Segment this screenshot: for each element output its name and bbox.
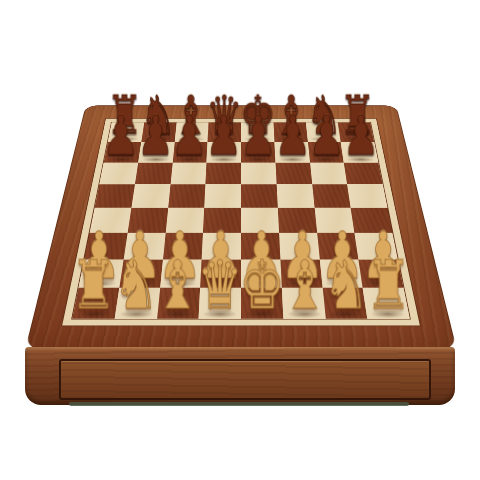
square-h7[interactable]: ♟	[341, 142, 378, 163]
board-inlay-border: ♜♞♝♛♚♝♞♜♟♟♟♟♟♟♟♟♟♟♟♟♟♟♟♟♜♞♝♛♚♝♞♜	[62, 119, 420, 326]
square-g5[interactable]	[312, 184, 351, 207]
square-d5[interactable]	[204, 184, 241, 207]
square-g7[interactable]: ♟	[308, 142, 344, 163]
square-g6[interactable]	[310, 162, 348, 184]
square-g1[interactable]: ♞	[322, 288, 367, 319]
chess-set-photo: ♜♞♝♛♚♝♞♜♟♟♟♟♟♟♟♟♟♟♟♟♟♟♟♟♜♞♝♛♚♝♞♜	[0, 0, 480, 480]
square-a5[interactable]	[95, 184, 135, 207]
chess-box-front	[25, 347, 455, 405]
white-bishop[interactable]: ♝	[281, 251, 327, 318]
black-pawn[interactable]: ♟	[308, 108, 345, 163]
square-a7[interactable]: ♟	[104, 142, 141, 163]
black-pawn[interactable]: ♟	[137, 108, 174, 163]
square-c1[interactable]: ♝	[157, 288, 201, 319]
square-d6[interactable]	[206, 162, 241, 184]
white-rook[interactable]: ♜	[70, 251, 116, 318]
square-b5[interactable]	[131, 184, 170, 207]
square-c7[interactable]: ♟	[172, 142, 207, 163]
white-queen[interactable]: ♛	[197, 251, 243, 318]
square-e5[interactable]	[241, 184, 278, 207]
square-e7[interactable]: ♟	[241, 142, 275, 163]
storage-drawer-front	[59, 359, 431, 400]
square-f1[interactable]: ♝	[282, 288, 326, 319]
square-d1[interactable]: ♛	[199, 288, 241, 319]
felt-base-strip	[69, 402, 409, 406]
black-pawn[interactable]: ♟	[240, 108, 277, 163]
square-e6[interactable]	[241, 162, 276, 184]
square-b6[interactable]	[135, 162, 173, 184]
black-pawn[interactable]: ♟	[171, 108, 208, 163]
square-h1[interactable]: ♜	[363, 288, 410, 319]
square-e1[interactable]: ♚	[241, 288, 283, 319]
square-h5[interactable]	[347, 184, 387, 207]
square-b1[interactable]: ♞	[114, 288, 159, 319]
square-f5[interactable]	[276, 184, 314, 207]
square-h6[interactable]	[344, 162, 383, 184]
square-d7[interactable]: ♟	[207, 142, 241, 163]
black-pawn[interactable]: ♟	[342, 108, 379, 163]
square-f6[interactable]	[275, 162, 312, 184]
square-c6[interactable]	[170, 162, 207, 184]
chessboard-grid: ♜♞♝♛♚♝♞♜♟♟♟♟♟♟♟♟♟♟♟♟♟♟♟♟♜♞♝♛♚♝♞♜	[72, 122, 409, 318]
square-c5[interactable]	[168, 184, 206, 207]
square-b7[interactable]: ♟	[138, 142, 174, 163]
square-a6[interactable]	[99, 162, 138, 184]
black-pawn[interactable]: ♟	[274, 108, 311, 163]
white-king[interactable]: ♚	[239, 251, 285, 318]
white-knight[interactable]: ♞	[113, 251, 159, 318]
chess-box-top: ♜♞♝♛♚♝♞♜♟♟♟♟♟♟♟♟♟♟♟♟♟♟♟♟♜♞♝♛♚♝♞♜	[25, 105, 457, 350]
square-f7[interactable]: ♟	[274, 142, 309, 163]
white-knight[interactable]: ♞	[324, 251, 370, 318]
white-bishop[interactable]: ♝	[155, 251, 201, 318]
black-pawn[interactable]: ♟	[205, 108, 242, 163]
black-pawn[interactable]: ♟	[102, 108, 139, 163]
white-rook[interactable]: ♜	[366, 251, 412, 318]
